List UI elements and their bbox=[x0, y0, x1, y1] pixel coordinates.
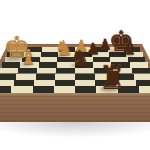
white-bishop[interactable]: ♝ bbox=[19, 47, 37, 68]
chess-set-photo: ♚♝♞♟♞♟♟♚♝♜ bbox=[0, 0, 150, 150]
black-rook[interactable]: ♜ bbox=[99, 61, 128, 93]
square-c1[interactable] bbox=[33, 86, 54, 93]
square-a1[interactable] bbox=[0, 86, 11, 93]
square-b1[interactable] bbox=[11, 86, 32, 93]
black-knight[interactable]: ♞ bbox=[70, 46, 90, 68]
square-h1[interactable] bbox=[139, 86, 150, 93]
square-e1[interactable] bbox=[75, 86, 96, 93]
square-d1[interactable] bbox=[54, 86, 75, 93]
black-bishop[interactable]: ♝ bbox=[122, 38, 139, 57]
